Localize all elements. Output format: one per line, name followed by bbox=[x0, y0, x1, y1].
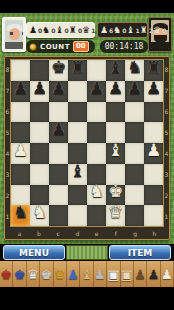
square-d5[interactable] bbox=[68, 122, 87, 143]
square-f8[interactable]: ♝ bbox=[106, 60, 125, 81]
piece-skin-gray[interactable]: ♟ bbox=[94, 261, 107, 287]
chess-board: 87654321 ♚♜♝♞♜♟♟♟♟♟♟♟♟♟♝♟♝♞♚♞♞♛ 87654321… bbox=[4, 56, 170, 240]
square-g7[interactable]: ♟ bbox=[125, 81, 144, 102]
square-g2[interactable] bbox=[125, 185, 144, 206]
captured-black-p: ♟0 bbox=[29, 25, 42, 35]
square-g8[interactable]: ♞ bbox=[125, 60, 144, 81]
captured-white-n: ♞0 bbox=[113, 25, 126, 35]
file-label-g: g bbox=[126, 228, 145, 238]
file-label-c: c bbox=[49, 228, 68, 238]
square-f6[interactable] bbox=[106, 102, 125, 123]
glasses-icon bbox=[10, 32, 23, 35]
piece-skin-white[interactable]: ♟ bbox=[161, 261, 174, 287]
black-r-piece[interactable]: ♜ bbox=[70, 59, 85, 76]
black-b-piece[interactable]: ♝ bbox=[70, 163, 85, 180]
black-k-piece[interactable]: ♚ bbox=[51, 59, 66, 76]
board-skin-white-frame[interactable]: ▣ bbox=[107, 261, 120, 287]
board-skin-tan-frame[interactable]: ▣ bbox=[121, 261, 134, 287]
rank-labels-right: 87654321 bbox=[164, 59, 169, 227]
square-a2[interactable] bbox=[11, 185, 30, 206]
square-h8[interactable]: ♜ bbox=[144, 60, 163, 81]
captured-white-q: ♛0 bbox=[153, 25, 166, 35]
piece-skin-black[interactable]: ♟ bbox=[147, 261, 160, 287]
suit bbox=[5, 42, 23, 49]
black-p-piece[interactable]: ♟ bbox=[89, 80, 104, 97]
n-piece-icon: ♞ bbox=[42, 25, 50, 35]
p-piece-icon: ♟ bbox=[29, 25, 37, 35]
square-e2[interactable]: ♞ bbox=[87, 185, 106, 206]
white-b-piece[interactable]: ♝ bbox=[108, 142, 123, 159]
square-b8[interactable] bbox=[30, 60, 49, 81]
b-piece-icon: ♝ bbox=[56, 25, 64, 35]
black-p-piece[interactable]: ♟ bbox=[108, 80, 123, 97]
black-p-piece[interactable]: ♟ bbox=[127, 80, 142, 97]
square-d1[interactable] bbox=[68, 205, 87, 226]
square-a3[interactable] bbox=[11, 164, 30, 185]
board-grid: ♚♜♝♞♜♟♟♟♟♟♟♟♟♟♝♟♝♞♚♞♞♛ bbox=[10, 59, 164, 227]
captured-count: 1 bbox=[91, 27, 95, 35]
b-piece-icon: ♝ bbox=[127, 25, 135, 35]
piece-skin-zebra-queen[interactable]: ♛ bbox=[27, 261, 40, 287]
square-g4[interactable] bbox=[125, 143, 144, 164]
move-count-bar: COUNT 00 bbox=[26, 40, 95, 53]
captured-white-pieces-tray: ♟6♞0♝1♜2♛0 bbox=[97, 22, 148, 38]
square-d6[interactable] bbox=[68, 102, 87, 123]
piece-skin-blue-cap[interactable]: ♟ bbox=[67, 261, 80, 287]
square-h1[interactable] bbox=[144, 205, 163, 226]
file-label-h: h bbox=[145, 228, 164, 238]
square-c6[interactable] bbox=[49, 102, 68, 123]
white-n-piece[interactable]: ♞ bbox=[89, 183, 104, 200]
square-d3[interactable]: ♝ bbox=[68, 164, 87, 185]
square-e6[interactable] bbox=[87, 102, 106, 123]
captured-white-b: ♝1 bbox=[127, 25, 140, 35]
black-p-piece[interactable]: ♟ bbox=[51, 121, 66, 138]
white-q-piece[interactable]: ♛ bbox=[108, 204, 123, 221]
rank-label-6: 6 bbox=[164, 101, 169, 122]
square-e1[interactable] bbox=[87, 205, 106, 226]
rank-label-2: 2 bbox=[164, 185, 169, 206]
file-label-f: f bbox=[106, 228, 125, 238]
captured-black-pieces-tray: ♟0♞0♝0♜0♛1 bbox=[26, 22, 95, 38]
black-n-piece[interactable]: ♞ bbox=[13, 204, 28, 221]
top-black-strip bbox=[0, 0, 174, 13]
captured-white-p: ♟6 bbox=[100, 25, 113, 35]
square-c7[interactable]: ♟ bbox=[49, 81, 68, 102]
square-g6[interactable] bbox=[125, 102, 144, 123]
captured-black-q: ♛1 bbox=[82, 25, 95, 35]
piece-skin-tan[interactable]: ♝ bbox=[80, 261, 93, 287]
square-a1[interactable]: ♞ bbox=[11, 205, 30, 226]
black-r-piece[interactable]: ♜ bbox=[146, 59, 161, 76]
square-d7[interactable] bbox=[68, 81, 87, 102]
square-c2[interactable] bbox=[49, 185, 68, 206]
square-a4[interactable]: ♟ bbox=[11, 143, 30, 164]
file-labels-bottom: abcdefgh bbox=[10, 228, 164, 238]
captured-white-r: ♜2 bbox=[140, 25, 153, 35]
square-b5[interactable] bbox=[30, 122, 49, 143]
square-h4[interactable]: ♟ bbox=[144, 143, 163, 164]
square-f5[interactable] bbox=[106, 122, 125, 143]
n-piece-icon: ♞ bbox=[113, 25, 121, 35]
square-h2[interactable] bbox=[144, 185, 163, 206]
white-k-piece[interactable]: ♚ bbox=[108, 183, 123, 200]
r-piece-icon: ♜ bbox=[69, 25, 77, 35]
item-shelf: ♚♚♛♚♛♟♝♟▣▣♟♟♟ bbox=[0, 261, 174, 287]
square-h3[interactable] bbox=[144, 164, 163, 185]
square-c1[interactable] bbox=[49, 205, 68, 226]
square-d8[interactable]: ♜ bbox=[68, 60, 87, 81]
black-b-piece[interactable]: ♝ bbox=[108, 59, 123, 76]
square-e4[interactable] bbox=[87, 143, 106, 164]
rank-label-7: 7 bbox=[164, 80, 169, 101]
piece-skin-red-royal[interactable]: ♚ bbox=[0, 261, 13, 287]
square-e8[interactable] bbox=[87, 60, 106, 81]
captured-black-r: ♜0 bbox=[69, 25, 82, 35]
square-g1[interactable] bbox=[125, 205, 144, 226]
square-a5[interactable] bbox=[11, 122, 30, 143]
black-n-piece[interactable]: ♞ bbox=[127, 59, 142, 76]
square-b6[interactable] bbox=[30, 102, 49, 123]
white-p-piece[interactable]: ♟ bbox=[146, 142, 161, 159]
square-g3[interactable] bbox=[125, 164, 144, 185]
square-b7[interactable]: ♟ bbox=[30, 81, 49, 102]
square-b4[interactable] bbox=[30, 143, 49, 164]
square-h6[interactable] bbox=[144, 102, 163, 123]
captured-black-n: ♞0 bbox=[42, 25, 55, 35]
suit bbox=[151, 42, 169, 49]
white-p-piece[interactable]: ♟ bbox=[13, 142, 28, 159]
piece-skin-zebra-king[interactable]: ♚ bbox=[40, 261, 53, 287]
square-d2[interactable] bbox=[68, 185, 87, 206]
file-label-a: a bbox=[10, 228, 29, 238]
count-value-badge: 00 bbox=[73, 41, 89, 52]
square-d4[interactable] bbox=[68, 143, 87, 164]
item-button[interactable]: ITEM bbox=[109, 245, 171, 260]
q-piece-icon: ♛ bbox=[82, 25, 90, 35]
square-f4[interactable]: ♝ bbox=[106, 143, 125, 164]
black-p-piece[interactable]: ♟ bbox=[51, 80, 66, 97]
grass-gap bbox=[66, 245, 108, 260]
square-e7[interactable]: ♟ bbox=[87, 81, 106, 102]
square-f2[interactable]: ♚ bbox=[106, 185, 125, 206]
file-label-d: d bbox=[68, 228, 87, 238]
square-c5[interactable]: ♟ bbox=[49, 122, 68, 143]
square-h7[interactable]: ♟ bbox=[144, 81, 163, 102]
square-a8[interactable] bbox=[11, 60, 30, 81]
square-b3[interactable] bbox=[30, 164, 49, 185]
game-timer: 00:14:18 bbox=[100, 40, 148, 53]
captured-count: 0 bbox=[162, 27, 166, 35]
square-b2[interactable] bbox=[30, 185, 49, 206]
square-f3[interactable] bbox=[106, 164, 125, 185]
file-label-b: b bbox=[29, 228, 48, 238]
player-avatar-white bbox=[2, 17, 26, 52]
piece-skin-blue-royal[interactable]: ♚ bbox=[13, 261, 26, 287]
square-h5[interactable] bbox=[144, 122, 163, 143]
square-e5[interactable] bbox=[87, 122, 106, 143]
footer-black-strip bbox=[0, 287, 174, 310]
square-a6[interactable] bbox=[11, 102, 30, 123]
piece-skin-wood-dark[interactable]: ♟ bbox=[134, 261, 147, 287]
white-n-piece[interactable]: ♞ bbox=[32, 204, 47, 221]
square-f7[interactable]: ♟ bbox=[106, 81, 125, 102]
square-f1[interactable]: ♛ bbox=[106, 205, 125, 226]
rank-label-3: 3 bbox=[164, 164, 169, 185]
q-piece-icon: ♛ bbox=[153, 25, 161, 35]
r-piece-icon: ♜ bbox=[140, 25, 148, 35]
piece-skin-gold[interactable]: ♛ bbox=[54, 261, 67, 287]
count-label: COUNT bbox=[40, 43, 70, 51]
square-g5[interactable] bbox=[125, 122, 144, 143]
p-piece-icon: ♟ bbox=[100, 25, 108, 35]
menu-button[interactable]: MENU bbox=[3, 245, 65, 260]
medal-clock-icon bbox=[29, 43, 37, 51]
square-c3[interactable] bbox=[49, 164, 68, 185]
square-e3[interactable] bbox=[87, 164, 106, 185]
rank-label-1: 1 bbox=[164, 206, 169, 227]
file-label-e: e bbox=[87, 228, 106, 238]
square-a7[interactable]: ♟ bbox=[11, 81, 30, 102]
black-p-piece[interactable]: ♟ bbox=[146, 80, 161, 97]
rank-label-4: 4 bbox=[164, 143, 169, 164]
square-c8[interactable]: ♚ bbox=[49, 60, 68, 81]
black-p-piece[interactable]: ♟ bbox=[13, 80, 28, 97]
black-p-piece[interactable]: ♟ bbox=[32, 80, 47, 97]
rank-label-5: 5 bbox=[164, 122, 169, 143]
chess-app-screen: ♟0♞0♝0♜0♛1 ♟6♞0♝1♜2♛0 COUNT 00 00:14:18 … bbox=[0, 0, 174, 310]
avatar-photo bbox=[5, 20, 23, 49]
rank-label-8: 8 bbox=[164, 59, 169, 80]
square-c4[interactable] bbox=[49, 143, 68, 164]
square-b1[interactable]: ♞ bbox=[30, 205, 49, 226]
captured-black-b: ♝0 bbox=[56, 25, 69, 35]
